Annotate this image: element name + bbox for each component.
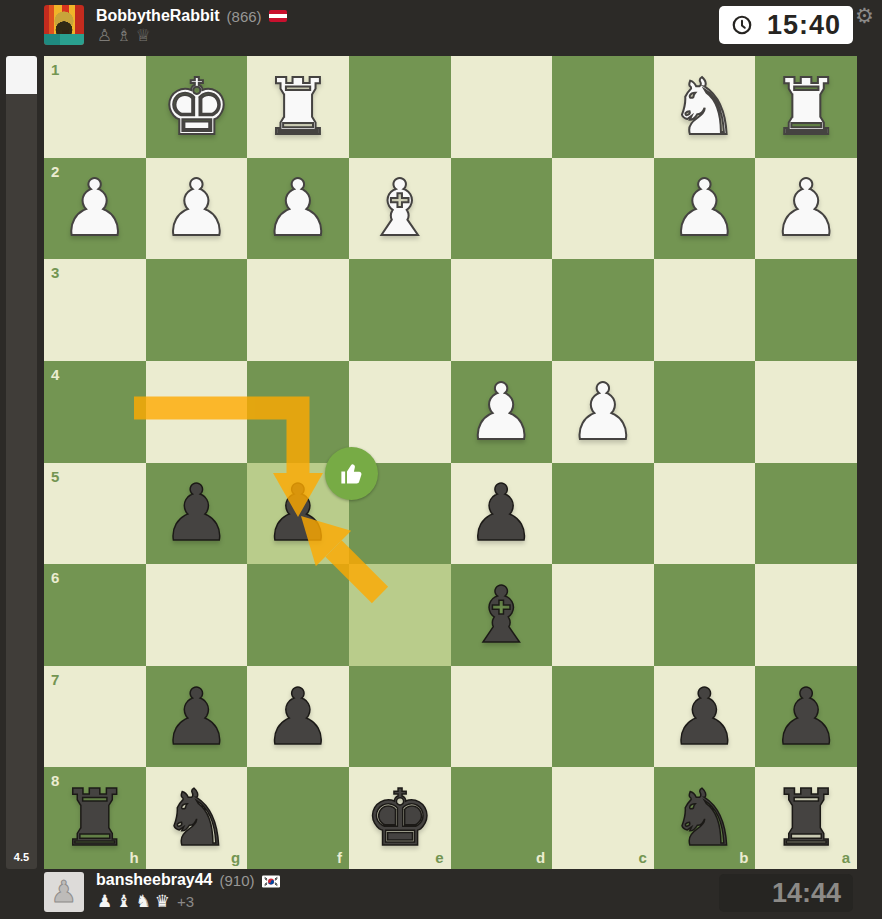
square-d5[interactable]: ♟ [451, 463, 553, 565]
square-h6[interactable]: 6 [44, 564, 146, 666]
captured-pawn-icon: ♟ [97, 893, 112, 910]
square-h7[interactable]: 7 [44, 666, 146, 768]
file-label-f: f [337, 849, 342, 866]
south-korea-flag-icon [262, 874, 280, 887]
square-a6[interactable] [755, 564, 857, 666]
square-e1[interactable] [349, 56, 451, 158]
rank-label-1: 1 [51, 61, 59, 78]
white-pawn-c4[interactable]: ♟ [552, 361, 654, 463]
square-b2[interactable]: ♟ [654, 158, 756, 260]
file-label-c: c [638, 849, 646, 866]
square-g4[interactable] [146, 361, 248, 463]
square-b8[interactable]: ♞b [654, 767, 756, 869]
white-king-g1[interactable]: ♚ [146, 56, 248, 158]
square-f1[interactable]: ♜ [247, 56, 349, 158]
white-pawn-h2[interactable]: ♟ [44, 158, 146, 260]
square-d2[interactable] [451, 158, 553, 260]
square-d7[interactable] [451, 666, 553, 768]
captured-queen-icon: ♛ [155, 893, 170, 910]
square-g5[interactable]: ♟ [146, 463, 248, 565]
square-e6[interactable] [349, 564, 451, 666]
square-h1[interactable]: 1 [44, 56, 146, 158]
square-g2[interactable]: ♟ [146, 158, 248, 260]
black-king-e8[interactable]: ♚ [349, 767, 451, 869]
square-b6[interactable] [654, 564, 756, 666]
square-c5[interactable] [552, 463, 654, 565]
white-pawn-d4[interactable]: ♟ [451, 361, 553, 463]
white-bishop-e2[interactable]: ♝ [349, 158, 451, 260]
black-pawn-b7[interactable]: ♟ [654, 666, 756, 768]
square-e8[interactable]: ♚e [349, 767, 451, 869]
avatar-bottom-player[interactable]: ♟ [44, 872, 84, 912]
square-b4[interactable] [654, 361, 756, 463]
bottom-player-clock: 14:44 [719, 874, 853, 912]
evaluation-bar: 4.5 [6, 56, 37, 869]
square-f3[interactable] [247, 259, 349, 361]
pawn-avatar-image: ♟ [51, 877, 78, 907]
bottom-clock-time: 14:44 [772, 878, 841, 909]
square-a4[interactable] [755, 361, 857, 463]
top-player-rating: (866) [227, 8, 262, 25]
white-rook-a1[interactable]: ♜ [755, 56, 857, 158]
top-player-info: BobbytheRabbit (866) [96, 7, 287, 25]
square-h2[interactable]: ♟2 [44, 158, 146, 260]
file-label-d: d [536, 849, 545, 866]
white-rook-f1[interactable]: ♜ [247, 56, 349, 158]
square-a7[interactable]: ♟ [755, 666, 857, 768]
top-player-clock: 15:40 [719, 6, 853, 44]
austria-flag-icon [269, 10, 287, 22]
rank-label-7: 7 [51, 671, 59, 688]
square-c3[interactable] [552, 259, 654, 361]
square-f8[interactable]: f [247, 767, 349, 869]
square-c7[interactable] [552, 666, 654, 768]
white-pawn-a2[interactable]: ♟ [755, 158, 857, 260]
square-f4[interactable] [247, 361, 349, 463]
settings-gear-icon[interactable]: ⚙ [855, 4, 874, 28]
bottom-captured-pieces: ♟♝♞♛+3 [97, 892, 194, 910]
square-a8[interactable]: ♜a [755, 767, 857, 869]
square-h4[interactable]: 4 [44, 361, 146, 463]
square-c1[interactable] [552, 56, 654, 158]
square-c6[interactable] [552, 564, 654, 666]
square-h8[interactable]: ♜8h [44, 767, 146, 869]
square-b3[interactable] [654, 259, 756, 361]
good-move-thumbs-up-badge [325, 447, 378, 500]
white-pawn-b2[interactable]: ♟ [654, 158, 756, 260]
captured-pawn-icon: ♙ [97, 27, 112, 44]
black-pawn-g7[interactable]: ♟ [146, 666, 248, 768]
rank-label-3: 3 [51, 264, 59, 281]
evaluation-bar-white-portion [6, 56, 37, 94]
square-d6[interactable]: ♝ [451, 564, 553, 666]
white-pawn-f2[interactable]: ♟ [247, 158, 349, 260]
black-rook-h8[interactable]: ♜ [44, 767, 146, 869]
square-d4[interactable]: ♟ [451, 361, 553, 463]
rank-label-5: 5 [51, 468, 59, 485]
avatar-top-player[interactable] [44, 5, 84, 45]
top-player-name[interactable]: BobbytheRabbit [96, 7, 220, 25]
black-rook-a8[interactable]: ♜ [755, 767, 857, 869]
captured-bishop-icon: ♝ [116, 893, 131, 910]
black-pawn-d5[interactable]: ♟ [451, 463, 553, 565]
black-pawn-a7[interactable]: ♟ [755, 666, 857, 768]
rank-label-6: 6 [51, 569, 59, 586]
black-bishop-d6[interactable]: ♝ [451, 564, 553, 666]
square-a3[interactable] [755, 259, 857, 361]
square-g6[interactable] [146, 564, 248, 666]
captured-bishop-icon: ♗ [116, 27, 131, 44]
square-d3[interactable] [451, 259, 553, 361]
material-advantage: +3 [177, 893, 194, 910]
square-e3[interactable] [349, 259, 451, 361]
square-d8[interactable]: d [451, 767, 553, 869]
white-pawn-g2[interactable]: ♟ [146, 158, 248, 260]
chess-board: 1♚♜♞♜♟2♟♟♝♟♟34♟♟5♟♟♟6♝7♟♟♟♟♜8h♞gf♚edc♞b♜… [44, 56, 857, 869]
square-f6[interactable] [247, 564, 349, 666]
captured-queen-icon: ♕ [136, 27, 151, 44]
square-a5[interactable] [755, 463, 857, 565]
captured-knight-icon: ♞ [136, 893, 151, 910]
square-b1[interactable]: ♞ [654, 56, 756, 158]
chess-game-screen: BobbytheRabbit (866) ♙♗♕ 15:40 ⚙ 4.5 1♚♜… [0, 0, 882, 919]
bottom-player-rating: (910) [220, 872, 255, 889]
square-f7[interactable]: ♟ [247, 666, 349, 768]
square-g7[interactable]: ♟ [146, 666, 248, 768]
square-e4[interactable] [349, 361, 451, 463]
evaluation-value: 4.5 [6, 851, 37, 863]
square-b7[interactable]: ♟ [654, 666, 756, 768]
square-c8[interactable]: c [552, 767, 654, 869]
black-pawn-g5[interactable]: ♟ [146, 463, 248, 565]
top-captured-pieces: ♙♗♕ [97, 26, 151, 44]
top-clock-time: 15:40 [753, 10, 841, 41]
square-e2[interactable]: ♝ [349, 158, 451, 260]
square-h3[interactable]: 3 [44, 259, 146, 361]
black-knight-g8[interactable]: ♞ [146, 767, 248, 869]
square-d1[interactable] [451, 56, 553, 158]
square-e7[interactable] [349, 666, 451, 768]
square-g8[interactable]: ♞g [146, 767, 248, 869]
square-a1[interactable]: ♜ [755, 56, 857, 158]
square-a2[interactable]: ♟ [755, 158, 857, 260]
square-c4[interactable]: ♟ [552, 361, 654, 463]
clock-icon [731, 14, 753, 36]
black-knight-b8[interactable]: ♞ [654, 767, 756, 869]
square-f2[interactable]: ♟ [247, 158, 349, 260]
rank-label-4: 4 [51, 366, 59, 383]
square-g1[interactable]: ♚ [146, 56, 248, 158]
square-c2[interactable] [552, 158, 654, 260]
thumbs-up-icon [337, 459, 367, 489]
square-h5[interactable]: 5 [44, 463, 146, 565]
bottom-player-info: bansheebray44 (910) [96, 871, 280, 889]
black-pawn-f7[interactable]: ♟ [247, 666, 349, 768]
white-knight-b1[interactable]: ♞ [654, 56, 756, 158]
square-b5[interactable] [654, 463, 756, 565]
bottom-player-name[interactable]: bansheebray44 [96, 871, 213, 889]
square-g3[interactable] [146, 259, 248, 361]
